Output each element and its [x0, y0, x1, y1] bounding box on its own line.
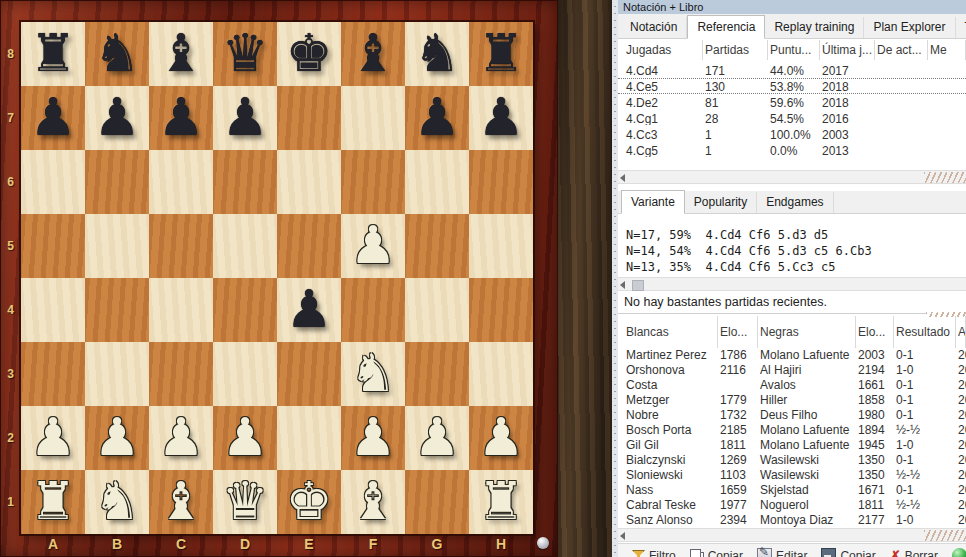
game-row[interactable]: Sanz Alonso2394Montoya Diaz21771-020 [618, 513, 966, 528]
game-cell: 0-1 [894, 408, 956, 423]
square-h7[interactable]: ♟ [469, 86, 533, 150]
moves-col-header[interactable]: Puntu... [768, 40, 820, 60]
square-a6[interactable] [21, 150, 85, 214]
moves-col-header[interactable]: De act... [875, 40, 928, 60]
move-row-4.Cg5[interactable]: 4.Cg510.0%2013 [618, 142, 966, 158]
square-d3[interactable] [213, 342, 277, 406]
move-cell: 54.5% [768, 111, 820, 125]
square-a5[interactable] [21, 214, 85, 278]
move-cell: 100.0% [768, 127, 820, 141]
move-row-4.Cc3[interactable]: 4.Cc31100.0%2003 [618, 126, 966, 142]
move-cell [928, 95, 966, 109]
game-cell: Cabral Teske [624, 498, 718, 513]
square-e8[interactable]: ♚ [277, 22, 341, 86]
game-cell: Gil Gil [624, 438, 718, 453]
game-cell: 20 [956, 363, 966, 378]
game-cell: 2394 [718, 513, 758, 528]
square-d7[interactable]: ♟ [213, 86, 277, 150]
game-cell: 20 [956, 393, 966, 408]
move-cell: 0.0% [768, 143, 820, 157]
square-d8[interactable]: ♛ [213, 22, 277, 86]
game-row[interactable]: Orshonova2116Al Hajiri21941-020 [618, 363, 966, 378]
game-cell [718, 378, 758, 393]
square-b2[interactable]: ♟ [85, 406, 149, 470]
file-labels: ABCDEFGH [21, 534, 533, 554]
rank-label-4: 4 [0, 278, 21, 342]
square-d4[interactable] [213, 278, 277, 342]
square-h1[interactable]: ♜ [469, 470, 533, 534]
variant-line[interactable]: N=17, 59% 4.Cd4 Cf6 5.d3 d5 [626, 227, 966, 243]
game-cell: 1659 [718, 483, 758, 498]
game-cell: 1732 [718, 408, 758, 423]
square-b6[interactable] [85, 150, 149, 214]
editar-button[interactable]: Editar [753, 547, 811, 557]
game-cell: 0-1 [894, 483, 956, 498]
black-pawn-piece: ♟ [469, 86, 533, 150]
white-bishop-piece: ♝ [149, 470, 213, 534]
game-cell: 1980 [856, 408, 894, 423]
game-cell: 0-1 [894, 393, 956, 408]
variant-tab-popularity[interactable]: Popularity [685, 192, 757, 213]
square-g8[interactable]: ♞ [405, 22, 469, 86]
square-g6[interactable] [405, 150, 469, 214]
rank-label-3: 3 [0, 342, 21, 406]
online-database-button[interactable] [948, 547, 966, 557]
square-f3[interactable]: ♞ [341, 342, 405, 406]
square-h8[interactable]: ♜ [469, 22, 533, 86]
variant-tabs: VariantePopularityEndgames [618, 191, 966, 214]
game-cell: Costa [624, 378, 718, 393]
square-f5[interactable]: ♟ [341, 214, 405, 278]
game-cell: 1811 [856, 498, 894, 513]
square-g5[interactable] [405, 214, 469, 278]
filtro-button[interactable]: Filtro [628, 548, 680, 557]
square-c6[interactable] [149, 150, 213, 214]
square-e4[interactable]: ♟ [277, 278, 341, 342]
game-row[interactable]: CostaAvalos16610-120 [618, 378, 966, 393]
game-cell: 0-1 [894, 348, 956, 363]
variant-line[interactable]: N=13, 35% 4.Cd4 Cf6 5.Cc3 c5 [626, 259, 966, 275]
square-a1[interactable]: ♜ [21, 470, 85, 534]
move-cell [875, 95, 928, 109]
game-cell: 2177 [856, 513, 894, 528]
black-king-piece: ♚ [277, 22, 341, 86]
scroll-left-icon[interactable] [620, 174, 625, 182]
black-knight-piece: ♞ [405, 22, 469, 86]
square-h2[interactable]: ♟ [469, 406, 533, 470]
game-cell: 0-1 [894, 453, 956, 468]
square-g2[interactable]: ♟ [405, 406, 469, 470]
game-cell: Deus Filho [758, 408, 856, 423]
square-f4[interactable] [341, 278, 405, 342]
game-cell: Avalos [758, 378, 856, 393]
copiar-button[interactable]: Copiar [817, 547, 879, 557]
variant-tab-endgames[interactable]: Endgames [757, 192, 833, 213]
move-cell: 130 [703, 79, 768, 93]
square-c8[interactable]: ♝ [149, 22, 213, 86]
moves-col-header[interactable]: Partidas [703, 40, 768, 60]
move-cell: 4.Cc3 [624, 127, 703, 141]
game-cell: 1350 [856, 468, 894, 483]
move-cell: 4.Cg5 [624, 143, 703, 157]
file-label-f: F [341, 534, 405, 554]
games-col-header[interactable]: Negras [758, 316, 856, 348]
square-e7[interactable] [277, 86, 341, 150]
square-f1[interactable]: ♝ [341, 470, 405, 534]
copy-icon [690, 549, 701, 557]
game-cell: Nobre [624, 408, 718, 423]
game-cell: 1894 [856, 423, 894, 438]
square-g7[interactable]: ♟ [405, 86, 469, 150]
game-cell: Wasilewski [758, 453, 856, 468]
square-b5[interactable] [85, 214, 149, 278]
game-row[interactable]: Nobre1732Deus Filho19800-120 [618, 408, 966, 423]
square-a7[interactable]: ♟ [21, 86, 85, 150]
game-cell: Skjelstad [758, 483, 856, 498]
tab-notaci-n[interactable]: Notación [621, 17, 687, 38]
game-cell: 20 [956, 423, 966, 438]
toolbar-button-label: Copiar [840, 549, 875, 557]
move-cell: 2003 [820, 127, 875, 141]
game-row[interactable]: Nass1659Skjelstad16710-120 [618, 483, 966, 498]
white-pawn-piece: ♟ [341, 214, 405, 278]
square-h3[interactable] [469, 342, 533, 406]
move-cell [875, 127, 928, 141]
move-cell: 28 [703, 111, 768, 125]
file-label-d: D [213, 534, 277, 554]
game-cell: ½-½ [894, 423, 956, 438]
variant-line[interactable]: N=14, 54% 4.Cd4 Cf6 5.d3 c5 6.Cb3 [626, 243, 966, 259]
square-b4[interactable] [85, 278, 149, 342]
square-g4[interactable] [405, 278, 469, 342]
square-e1[interactable]: ♚ [277, 470, 341, 534]
game-cell: 1779 [718, 393, 758, 408]
moves-col-header[interactable]: Última j... [820, 40, 875, 60]
rank-label-7: 7 [0, 86, 21, 150]
square-d5[interactable] [213, 214, 277, 278]
black-pawn-piece: ♟ [405, 86, 469, 150]
white-pawn-piece: ♟ [405, 406, 469, 470]
game-cell: 1-0 [894, 438, 956, 453]
file-label-a: A [21, 534, 85, 554]
square-g3[interactable] [405, 342, 469, 406]
game-cell: 20 [956, 408, 966, 423]
moves-table: 4.Cd417144.0%20174.Ce513053.8%20184.De28… [618, 62, 966, 158]
game-cell: Sloniewski [624, 468, 718, 483]
white-knight-piece: ♞ [85, 470, 149, 534]
move-cell: 44.0% [768, 63, 820, 77]
edit-icon [757, 548, 772, 557]
square-c2[interactable]: ♟ [149, 406, 213, 470]
game-cell: Bialczynski [624, 453, 718, 468]
white-queen-piece: ♛ [213, 470, 277, 534]
file-label-h: H [469, 534, 533, 554]
file-label-c: C [149, 534, 213, 554]
game-cell: 20 [956, 498, 966, 513]
move-row-4.De2[interactable]: 4.De28159.6%2018 [618, 94, 966, 110]
scroll-left-icon[interactable] [620, 532, 625, 540]
copiar-button[interactable]: Copiar [686, 548, 747, 557]
rank-label-1: 1 [0, 470, 21, 534]
delete-icon: ✗ [890, 549, 901, 557]
game-row[interactable]: Cabral Teske1977Noguerol1811½-½20 [618, 498, 966, 513]
black-pawn-piece: ♟ [277, 278, 341, 342]
game-row[interactable]: Bialczynski1269Wasilewski13500-120 [618, 453, 966, 468]
game-row[interactable]: Bosch Porta2185Molano Lafuente1894½-½20 [618, 423, 966, 438]
game-cell: Molano Lafuente [758, 438, 856, 453]
rank-labels: 87654321 [0, 22, 21, 534]
game-cell: 20 [956, 438, 966, 453]
games-table: Martinez Perez1786Molano Lafuente20030-1… [618, 348, 966, 528]
tab-referencia[interactable]: Referencia [687, 15, 765, 39]
game-cell: Nass [624, 483, 718, 498]
game-cell: Metzger [624, 393, 718, 408]
black-rook-piece: ♜ [21, 22, 85, 86]
game-row[interactable]: Gil Gil1811Molano Lafuente19451-020 [618, 438, 966, 453]
square-e5[interactable] [277, 214, 341, 278]
move-cell [928, 127, 966, 141]
square-h6[interactable] [469, 150, 533, 214]
black-bishop-piece: ♝ [149, 22, 213, 86]
white-pawn-piece: ♟ [469, 406, 533, 470]
game-cell: 20 [956, 453, 966, 468]
scrollbar-thumb[interactable] [632, 280, 644, 291]
file-label-g: G [405, 534, 469, 554]
game-row[interactable]: Martinez Perez1786Molano Lafuente20030-1… [618, 348, 966, 363]
moves-col-header[interactable]: Jugadas [624, 40, 703, 60]
moves-scrollbar[interactable] [618, 170, 966, 184]
file-label-e: E [277, 534, 341, 554]
square-h4[interactable] [469, 278, 533, 342]
game-cell: Molano Lafuente [758, 423, 856, 438]
game-cell: Montoya Diaz [758, 513, 856, 528]
square-c4[interactable] [149, 278, 213, 342]
game-cell: 1977 [718, 498, 758, 513]
white-pawn-piece: ♟ [85, 406, 149, 470]
borrar-button[interactable]: ✗Borrar [886, 548, 942, 557]
game-cell: ½-½ [894, 468, 956, 483]
game-cell: Sanz Alonso [624, 513, 718, 528]
chess-board[interactable]: ♜♞♝♛♚♝♞♜♟♟♟♟♟♟♟♟♞♟♟♟♟♟♟♟♜♞♝♛♚♝♜ [21, 22, 533, 534]
square-f8[interactable]: ♝ [341, 22, 405, 86]
moves-col-header[interactable]: Me [928, 40, 966, 60]
move-cell: 2017 [820, 63, 875, 77]
move-cell [875, 111, 928, 125]
globe-icon [952, 548, 966, 557]
black-queen-piece: ♛ [213, 22, 277, 86]
toolbar-button-label: Filtro [649, 549, 676, 557]
game-cell: 1945 [856, 438, 894, 453]
square-b3[interactable] [85, 342, 149, 406]
move-row-4.Ce5[interactable]: 4.Ce513053.8%2018 [618, 78, 966, 94]
square-f7[interactable] [341, 86, 405, 150]
game-cell: 2116 [718, 363, 758, 378]
variant-tab-variante[interactable]: Variante [621, 190, 685, 214]
square-h5[interactable] [469, 214, 533, 278]
game-cell: 20 [956, 468, 966, 483]
tab-replay-training[interactable]: Replay training [765, 17, 864, 38]
white-bishop-piece: ♝ [341, 470, 405, 534]
square-a8[interactable]: ♜ [21, 22, 85, 86]
white-pawn-piece: ♟ [21, 406, 85, 470]
square-a3[interactable] [21, 342, 85, 406]
game-cell: 1671 [856, 483, 894, 498]
white-knight-piece: ♞ [341, 342, 405, 406]
game-cell: Noguerol [758, 498, 856, 513]
game-cell: 2194 [856, 363, 894, 378]
rank-label-5: 5 [0, 214, 21, 278]
square-a4[interactable] [21, 278, 85, 342]
no-recent-games-notice: No hay bastantes partidas recientes. [618, 292, 966, 314]
white-pawn-piece: ♟ [341, 406, 405, 470]
move-cell: 1 [703, 143, 768, 157]
move-row-4.Cd4[interactable]: 4.Cd417144.0%2017 [618, 62, 966, 78]
move-cell: 59.6% [768, 95, 820, 109]
games-col-header[interactable]: Elo... [856, 316, 894, 348]
notation-panel: Notación + Libro NotaciónReferenciaRepla… [618, 0, 966, 557]
square-f6[interactable] [341, 150, 405, 214]
panel-title: Notación + Libro [618, 0, 966, 14]
move-cell: 81 [703, 95, 768, 109]
rank-label-8: 8 [0, 22, 21, 86]
black-knight-piece: ♞ [85, 22, 149, 86]
move-cell [875, 143, 928, 157]
move-cell: 53.8% [768, 79, 820, 93]
board-frame: ♜♞♝♛♚♝♞♜♟♟♟♟♟♟♟♟♞♟♟♟♟♟♟♟♜♞♝♛♚♝♜ 87654321… [0, 0, 558, 557]
game-cell: 1269 [718, 453, 758, 468]
save-icon [821, 548, 836, 557]
black-pawn-piece: ♟ [21, 86, 85, 150]
square-b8[interactable]: ♞ [85, 22, 149, 86]
rank-label-6: 6 [0, 150, 21, 214]
move-row-4.Cg1[interactable]: 4.Cg12854.5%2016 [618, 110, 966, 126]
square-c3[interactable] [149, 342, 213, 406]
tab-tabla[interactable]: Tabla [956, 17, 966, 38]
scroll-left-icon[interactable] [620, 281, 625, 289]
square-d2[interactable]: ♟ [213, 406, 277, 470]
move-cell: 2018 [820, 95, 875, 109]
white-pawn-piece: ♟ [213, 406, 277, 470]
move-cell: 1 [703, 127, 768, 141]
black-pawn-piece: ♟ [213, 86, 277, 150]
move-cell [875, 79, 928, 93]
game-cell: 1786 [718, 348, 758, 363]
game-cell: 2185 [718, 423, 758, 438]
moves-table-header: JugadasPartidasPuntu...Última j...De act… [618, 40, 966, 60]
square-d6[interactable] [213, 150, 277, 214]
move-cell: 4.Cg1 [624, 111, 703, 125]
white-rook-piece: ♜ [21, 470, 85, 534]
game-cell: 1350 [856, 453, 894, 468]
toolbar-button-label: Copiar [708, 549, 743, 557]
games-col-header[interactable]: Elo... [718, 316, 758, 348]
tab-plan-explorer[interactable]: Plan Explorer [864, 17, 955, 38]
move-cell: 171 [703, 63, 768, 77]
move-cell [875, 63, 928, 77]
square-e6[interactable] [277, 150, 341, 214]
move-cell [928, 79, 966, 93]
square-e2[interactable] [277, 406, 341, 470]
move-cell [928, 63, 966, 77]
white-king-piece: ♚ [277, 470, 341, 534]
game-cell: Orshonova [624, 363, 718, 378]
game-row[interactable]: Sloniewski1103Wasilewski1350½-½20 [618, 468, 966, 483]
square-f2[interactable]: ♟ [341, 406, 405, 470]
black-pawn-piece: ♟ [85, 86, 149, 150]
background-wood [558, 0, 612, 557]
square-g1[interactable] [405, 470, 469, 534]
game-cell: 0-1 [894, 378, 956, 393]
scrollbar-grip[interactable] [924, 530, 966, 541]
toolbar-button-label: Borrar [905, 549, 938, 557]
game-cell: 1858 [856, 393, 894, 408]
game-cell: 20 [956, 483, 966, 498]
move-cell [928, 143, 966, 157]
square-b7[interactable]: ♟ [85, 86, 149, 150]
black-pawn-piece: ♟ [149, 86, 213, 150]
game-cell: 20 [956, 348, 966, 363]
variant-scrollbar[interactable] [618, 277, 966, 291]
panel-tabs: NotaciónReferenciaReplay trainingPlan Ex… [618, 14, 966, 39]
game-cell: Martinez Perez [624, 348, 718, 363]
game-cell: Hiller [758, 393, 856, 408]
scrollbar-grip[interactable] [924, 172, 966, 183]
square-a2[interactable]: ♟ [21, 406, 85, 470]
game-cell: 1811 [718, 438, 758, 453]
white-rook-piece: ♜ [469, 470, 533, 534]
rank-label-2: 2 [0, 406, 21, 470]
toolbar-button-label: Editar [776, 549, 807, 557]
move-cell: 4.Ce5 [624, 79, 703, 93]
games-col-header[interactable]: Blancas [624, 316, 718, 348]
game-cell: Bosch Porta [624, 423, 718, 438]
file-label-b: B [85, 534, 149, 554]
move-cell [928, 111, 966, 125]
games-col-header[interactable]: Añ [956, 316, 966, 348]
game-cell: 20 [956, 378, 966, 393]
black-rook-piece: ♜ [469, 22, 533, 86]
square-c1[interactable]: ♝ [149, 470, 213, 534]
white-pawn-piece: ♟ [149, 406, 213, 470]
chessbase-window: ♜♞♝♛♚♝♞♜♟♟♟♟♟♟♟♟♞♟♟♟♟♟♟♟♜♞♝♛♚♝♜ 87654321… [0, 0, 966, 557]
game-cell: Wasilewski [758, 468, 856, 483]
move-cell: 4.De2 [624, 95, 703, 109]
board-corner-handle[interactable] [537, 537, 549, 549]
move-cell: 2018 [820, 79, 875, 93]
filter-icon [632, 549, 645, 557]
game-row[interactable]: Metzger1779Hiller18580-120 [618, 393, 966, 408]
games-table-header: BlancasElo...NegrasElo...ResultadoAñ [618, 316, 966, 348]
games-col-header[interactable]: Resultado [894, 316, 956, 348]
variant-lines: N=17, 59% 4.Cd4 Cf6 5.d3 d5N=14, 54% 4.C… [618, 214, 966, 276]
move-cell: 2013 [820, 143, 875, 157]
games-scrollbar[interactable] [618, 528, 966, 542]
move-cell: 2016 [820, 111, 875, 125]
game-cell: 1103 [718, 468, 758, 483]
square-d1[interactable]: ♛ [213, 470, 277, 534]
game-cell: Molano Lafuente [758, 348, 856, 363]
square-c7[interactable]: ♟ [149, 86, 213, 150]
games-toolbar: FiltroCopiarEditarCopiar✗Borrar [618, 543, 966, 557]
game-cell: 1-0 [894, 363, 956, 378]
square-c5[interactable] [149, 214, 213, 278]
game-cell: 20 [956, 513, 966, 528]
square-e3[interactable] [277, 342, 341, 406]
game-cell: ½-½ [894, 498, 956, 513]
game-cell: 1-0 [894, 513, 956, 528]
square-b1[interactable]: ♞ [85, 470, 149, 534]
game-cell: Al Hajiri [758, 363, 856, 378]
